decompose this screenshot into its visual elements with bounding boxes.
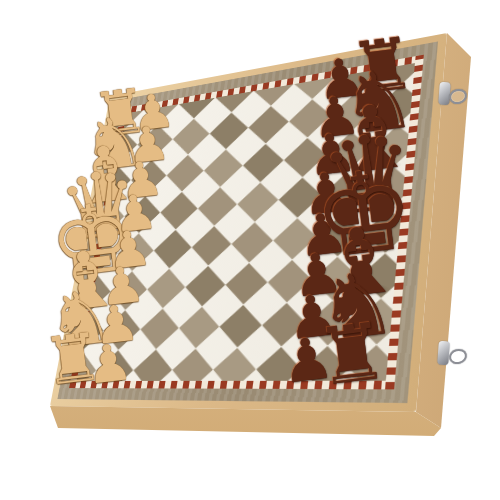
mosaic-border-bottom: [69, 381, 395, 390]
dark-diamond: [284, 138, 327, 178]
dark-diamond: [192, 226, 232, 266]
dark-diamond: [268, 260, 312, 303]
dark-diamond: [210, 113, 249, 150]
product-photo-stage: ♜♞♝♛♚♝♞♜♟♟♟♟♟♟♟♟♟♟♟♟♟♟♟♟♜♞♝♛♚♝♞♜: [0, 0, 500, 500]
dark-diamond: [140, 309, 179, 350]
piece-shadow: [108, 126, 140, 134]
piece-shadow: [316, 206, 345, 213]
dark-diamond: [231, 222, 273, 263]
dark-diamond: [160, 192, 198, 230]
piece-shadow: [99, 158, 135, 167]
piece-shadow: [342, 283, 390, 295]
dark-diamond: [243, 144, 284, 183]
dark-diamond: [273, 218, 317, 260]
dark-diamond: [225, 263, 267, 305]
dark-diamond: [166, 155, 203, 192]
dark-diamond: [204, 150, 243, 188]
dark-diamond: [111, 271, 147, 310]
dark-diamond: [147, 269, 185, 309]
dark-diamond: [237, 183, 278, 223]
dark-diamond: [154, 230, 192, 269]
piece-shadow: [71, 298, 112, 308]
dark-diamond: [256, 347, 301, 381]
dark-diamond: [307, 301, 354, 346]
dark-diamond: [172, 349, 213, 381]
piece-shadow: [330, 91, 357, 98]
dark-diamond: [133, 350, 172, 381]
piece-shadow: [99, 374, 126, 381]
piece-shadow: [361, 120, 403, 131]
piece-shadow: [325, 128, 353, 135]
piece-shadow: [144, 122, 169, 128]
dark-diamond: [219, 305, 262, 348]
piece-shadow: [92, 192, 131, 202]
dark-diamond: [213, 348, 256, 381]
dark-diamond: [262, 303, 307, 347]
piece-shadow: [356, 159, 402, 171]
dark-diamond: [248, 106, 289, 144]
piece-shadow: [106, 336, 132, 343]
dark-diamond: [104, 310, 141, 350]
dark-diamond: [173, 119, 210, 155]
dark-diamond: [185, 266, 225, 307]
piece-shadow: [65, 335, 103, 345]
dark-diamond: [198, 187, 237, 226]
dark-diamond: [179, 307, 219, 349]
dark-diamond: [278, 178, 321, 219]
piece-shadow: [60, 373, 94, 382]
piece-shadow: [321, 166, 349, 173]
piece-shadow: [296, 373, 326, 381]
